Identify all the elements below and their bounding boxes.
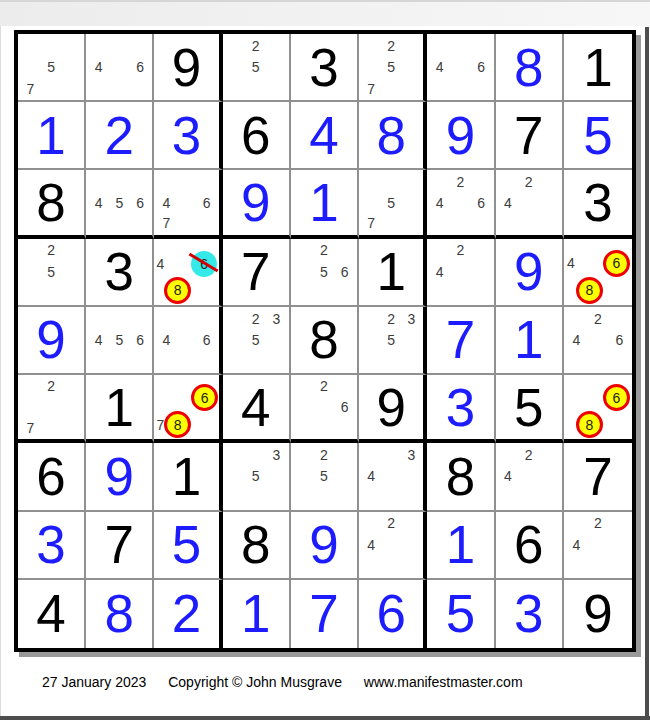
- candidate-digit: 5: [387, 332, 395, 348]
- candidate-digit: 4: [95, 332, 103, 348]
- candidate-pos-8: [109, 213, 130, 234]
- candidate-pos-8: [314, 487, 335, 508]
- candidate-pos-5: 5: [245, 466, 266, 487]
- cell-r9c1[interactable]: 4: [18, 580, 86, 648]
- candidate-pos-3: 3: [266, 444, 287, 465]
- candidate-pos-4: [293, 261, 314, 282]
- candidate-pos-5: [109, 56, 130, 77]
- candidate-digit: 3: [407, 447, 415, 463]
- sudoku-board: 5746925325746811236489758456467915724624…: [14, 30, 636, 652]
- candidate-pos-3: [130, 35, 151, 56]
- candidate-digit: 2: [320, 378, 328, 394]
- cell-r4c9[interactable]: 468: [564, 239, 632, 307]
- app-window: 5746925325746811236489758456467915724624…: [0, 0, 650, 720]
- candidate-pos-9: [401, 555, 421, 576]
- cell-r5c8[interactable]: 1: [496, 307, 564, 375]
- window-toolbar: [0, 0, 650, 26]
- pencilmarks: 257: [361, 35, 421, 99]
- candidate-pos-1: [88, 308, 109, 329]
- candidate-digit: 4: [367, 537, 375, 553]
- solved-digit: 1: [427, 512, 493, 578]
- candidate-pos-9: [401, 78, 421, 99]
- given-digit: 1: [86, 375, 152, 439]
- candidate-pos-9: [61, 282, 82, 303]
- candidate-pos-7: [429, 78, 450, 99]
- window-frame-right: [645, 27, 649, 716]
- candidate-pos-7: [293, 282, 314, 303]
- cell-r2c9[interactable]: 5: [564, 102, 632, 170]
- cell-r6c6[interactable]: 9: [359, 375, 427, 443]
- candidate-pos-8: [245, 78, 266, 99]
- pencilmarks: 57: [361, 171, 421, 233]
- candidate-pos-5: 5: [381, 329, 401, 350]
- given-digit: 1: [154, 443, 218, 509]
- candidate-pos-4: [361, 192, 381, 213]
- cell-r4c7[interactable]: 24: [427, 239, 495, 307]
- candidate-pos-3: [539, 171, 560, 192]
- cell-r9c5[interactable]: 7: [291, 580, 359, 648]
- candidate-pos-7: [361, 351, 381, 372]
- candidate-pos-8: [381, 555, 401, 576]
- candidate-pos-9: [266, 78, 287, 99]
- candidate-pos-2: 2: [41, 376, 62, 397]
- cell-r8c9[interactable]: 24: [564, 512, 632, 580]
- candidate-pos-8: [41, 418, 62, 439]
- candidate-pos-2: [576, 240, 603, 250]
- cell-r6c2[interactable]: 1: [86, 375, 154, 443]
- cell-r4c2[interactable]: 3: [86, 239, 154, 307]
- pencilmarks: 24: [498, 171, 560, 233]
- candidate-pos-6: [61, 261, 82, 282]
- cell-r8c3[interactable]: 5: [154, 512, 222, 580]
- candidate-pos-9: [609, 555, 630, 576]
- candidate-pos-7: 7: [156, 213, 176, 234]
- cell-r7c5[interactable]: 25: [291, 443, 359, 511]
- given-digit: 7: [496, 102, 562, 168]
- candidate-pos-1: [88, 171, 109, 192]
- given-digit: 9: [359, 375, 423, 439]
- solved-digit: 9: [496, 239, 562, 305]
- cell-r5c9[interactable]: 246: [564, 307, 632, 375]
- cell-r4c1[interactable]: 25: [18, 239, 86, 307]
- given-digit: 9: [564, 580, 632, 648]
- cell-r1c3[interactable]: 9: [154, 34, 222, 102]
- candidate-pos-2: 2: [314, 240, 335, 261]
- cell-r8c5[interactable]: 9: [291, 512, 359, 580]
- cell-r8c1[interactable]: 3: [18, 512, 86, 580]
- cell-r3c5[interactable]: 1: [291, 170, 359, 238]
- pencilmarks: 24: [429, 240, 491, 304]
- candidate-pos-1: [429, 171, 450, 192]
- candidate-pos-6: [539, 192, 560, 213]
- candidate-pos-6: 6: [191, 384, 218, 411]
- solved-digit: 9: [223, 170, 289, 234]
- given-digit: 1: [564, 34, 632, 100]
- highlight-candidate-circle: 8: [164, 411, 191, 438]
- cell-r1c9[interactable]: 1: [564, 34, 632, 102]
- candidate-pos-6: 6: [609, 329, 630, 350]
- cell-r6c3[interactable]: 678: [154, 375, 222, 443]
- candidate-pos-3: 3: [401, 444, 421, 465]
- candidate-pos-1: [498, 171, 519, 192]
- candidate-pos-1: [566, 513, 587, 534]
- candidate-pos-3: [539, 444, 560, 465]
- cell-r8c6[interactable]: 24: [359, 512, 427, 580]
- candidate-pos-1: [498, 444, 519, 465]
- candidate-pos-6: [401, 466, 421, 487]
- cell-r9c2[interactable]: 8: [86, 580, 154, 648]
- candidate-pos-5: 5: [245, 329, 266, 350]
- candidate-pos-7: [225, 487, 246, 508]
- cell-r2c4[interactable]: 6: [223, 102, 291, 170]
- pencilmarks: 35: [225, 444, 287, 508]
- candidate-pos-2: [41, 35, 62, 56]
- cell-r4c6[interactable]: 1: [359, 239, 427, 307]
- cell-r1c4[interactable]: 25: [223, 34, 291, 102]
- candidate-digit: 4: [504, 468, 512, 484]
- candidate-digit: 2: [594, 311, 602, 327]
- candidate-pos-9: [191, 277, 217, 304]
- cell-r8c4[interactable]: 8: [223, 512, 291, 580]
- candidate-digit: 4: [163, 195, 171, 211]
- candidate-pos-3: [471, 240, 492, 261]
- candidate-pos-7: [566, 555, 587, 576]
- candidate-pos-5: [587, 534, 608, 555]
- candidate-pos-4: [225, 56, 246, 77]
- candidate-pos-4: 4: [566, 329, 587, 350]
- cell-r7c9[interactable]: 7: [564, 443, 632, 511]
- cell-r6c7[interactable]: 3: [427, 375, 495, 443]
- cell-r3c7[interactable]: 246: [427, 170, 495, 238]
- candidate-pos-6: 6: [471, 56, 492, 77]
- given-digit: 6: [223, 102, 289, 168]
- candidate-pos-2: 2: [314, 376, 335, 397]
- cell-r2c1[interactable]: 1: [18, 102, 86, 170]
- pencilmarks: 468: [566, 240, 630, 304]
- candidate-pos-7: [498, 213, 519, 234]
- candidate-digit: 5: [320, 264, 328, 280]
- candidate-digit: 7: [367, 215, 375, 231]
- candidate-digit: 4: [436, 264, 444, 280]
- cell-r7c6[interactable]: 34: [359, 443, 427, 511]
- cell-r2c3[interactable]: 3: [154, 102, 222, 170]
- highlight-candidate-circle: 8: [576, 411, 603, 438]
- cell-r5c2[interactable]: 456: [86, 307, 154, 375]
- cell-r1c6[interactable]: 257: [359, 34, 427, 102]
- pencilmarks: 246: [429, 171, 491, 233]
- cell-r9c4[interactable]: 1: [223, 580, 291, 648]
- candidate-pos-3: [334, 444, 355, 465]
- solved-digit: 6: [359, 580, 423, 648]
- candidate-digit: 7: [367, 81, 375, 97]
- candidate-pos-9: [603, 277, 630, 304]
- candidate-pos-9: [603, 411, 630, 438]
- candidate-digit: 4: [504, 195, 512, 211]
- candidate-pos-2: [177, 308, 197, 329]
- pencilmarks: 456: [88, 308, 150, 372]
- candidate-pos-7: [88, 213, 109, 234]
- solved-digit: 5: [427, 580, 493, 648]
- solved-digit: 8: [359, 102, 423, 168]
- cell-r7c4[interactable]: 35: [223, 443, 291, 511]
- cell-r8c2[interactable]: 7: [86, 512, 154, 580]
- pencilmarks: 246: [566, 308, 630, 372]
- candidate-pos-4: 4: [498, 192, 519, 213]
- candidate-digit: 3: [407, 311, 415, 327]
- solved-digit: 1: [223, 580, 289, 648]
- candidate-digit: 2: [320, 447, 328, 463]
- candidate-pos-1: [566, 308, 587, 329]
- cell-r5c4[interactable]: 235: [223, 307, 291, 375]
- candidate-digit: 6: [203, 195, 211, 211]
- cell-r5c3[interactable]: 46: [154, 307, 222, 375]
- candidate-pos-8: [245, 351, 266, 372]
- candidate-pos-7: [88, 78, 109, 99]
- candidate-digit: 2: [252, 38, 260, 54]
- cell-r3c2[interactable]: 456: [86, 170, 154, 238]
- candidate-pos-6: 6: [334, 261, 355, 282]
- candidate-pos-3: 3: [401, 308, 421, 329]
- candidate-pos-1: [225, 35, 246, 56]
- cell-r2c5[interactable]: 4: [291, 102, 359, 170]
- candidate-pos-5: [576, 250, 603, 277]
- cell-r5c7[interactable]: 7: [427, 307, 495, 375]
- candidate-pos-3: [266, 35, 287, 56]
- candidate-digit: 6: [341, 399, 349, 415]
- candidate-digit: 4: [436, 59, 444, 75]
- candidate-digit: 6: [477, 195, 485, 211]
- candidate-pos-1: [293, 240, 314, 261]
- solved-digit: 1: [496, 307, 562, 373]
- pencilmarks: 68: [566, 376, 630, 438]
- candidate-digit: 5: [47, 59, 55, 75]
- candidate-pos-7: 7: [20, 78, 41, 99]
- cell-r7c8[interactable]: 24: [496, 443, 564, 511]
- candidate-pos-4: [293, 397, 314, 418]
- candidate-pos-3: [609, 513, 630, 534]
- given-digit: 8: [427, 443, 493, 509]
- candidate-pos-7: 7: [361, 213, 381, 234]
- candidate-pos-2: 2: [381, 308, 401, 329]
- candidate-digit: 6: [615, 332, 623, 348]
- candidate-pos-8: [41, 282, 62, 303]
- candidate-pos-7: [566, 351, 587, 372]
- candidate-pos-8: [587, 351, 608, 372]
- footer-website: www.manifestmaster.com: [364, 674, 523, 690]
- given-digit: 3: [291, 34, 357, 100]
- cell-r6c1[interactable]: 27: [18, 375, 86, 443]
- candidate-pos-4: 4: [429, 56, 450, 77]
- candidate-pos-4: 4: [498, 466, 519, 487]
- window-frame-bottom: [0, 716, 650, 720]
- candidate-pos-4: 4: [566, 250, 576, 277]
- candidate-pos-3: [61, 35, 82, 56]
- cell-r1c8[interactable]: 8: [496, 34, 564, 102]
- given-digit: 6: [18, 443, 84, 509]
- solved-digit: 8: [86, 580, 152, 648]
- candidate-pos-5: 5: [245, 56, 266, 77]
- cell-r5c6[interactable]: 235: [359, 307, 427, 375]
- solved-digit: 1: [18, 102, 84, 168]
- candidate-pos-2: [245, 444, 266, 465]
- candidate-digit: 5: [252, 468, 260, 484]
- cell-r1c1[interactable]: 57: [18, 34, 86, 102]
- candidate-digit: 3: [273, 447, 281, 463]
- candidate-digit: 4: [436, 195, 444, 211]
- cell-r3c8[interactable]: 24: [496, 170, 564, 238]
- candidate-pos-7: 7: [156, 411, 164, 438]
- cell-r4c8[interactable]: 9: [496, 239, 564, 307]
- candidate-pos-3: [603, 240, 630, 250]
- pencilmarks: 468: [156, 240, 216, 304]
- solved-digit: 7: [427, 307, 493, 373]
- candidate-pos-6: [266, 329, 287, 350]
- cell-r6c8[interactable]: 5: [496, 375, 564, 443]
- candidate-pos-9: [471, 78, 492, 99]
- cell-r3c1[interactable]: 8: [18, 170, 86, 238]
- window-frame-left: [0, 26, 1, 716]
- cell-r4c4[interactable]: 7: [223, 239, 291, 307]
- candidate-pos-5: [576, 384, 603, 411]
- candidate-pos-7: [225, 351, 246, 372]
- candidate-pos-8: [177, 213, 197, 234]
- solved-digit: 3: [154, 102, 218, 168]
- cell-r4c5[interactable]: 256: [291, 239, 359, 307]
- cell-r9c6[interactable]: 6: [359, 580, 427, 648]
- candidate-digit: 7: [156, 417, 164, 433]
- candidate-pos-2: [109, 308, 130, 329]
- candidate-pos-5: 5: [381, 56, 401, 77]
- candidate-digit: 2: [525, 447, 533, 463]
- candidate-digit: 2: [320, 242, 328, 258]
- candidate-pos-6: 6: [471, 192, 492, 213]
- cell-r2c2[interactable]: 2: [86, 102, 154, 170]
- cell-r7c3[interactable]: 1: [154, 443, 222, 511]
- cell-r3c6[interactable]: 57: [359, 170, 427, 238]
- cell-r7c7[interactable]: 8: [427, 443, 495, 511]
- candidate-pos-3: [191, 240, 217, 251]
- candidate-pos-6: 6: [130, 329, 151, 350]
- solved-digit: 5: [564, 102, 632, 168]
- pencilmarks: 235: [225, 308, 287, 372]
- candidate-pos-1: [156, 171, 176, 192]
- candidate-pos-1: [293, 376, 314, 397]
- footer-date: 27 January 2023: [42, 674, 146, 690]
- cell-r6c5[interactable]: 26: [291, 375, 359, 443]
- cell-r1c2[interactable]: 46: [86, 34, 154, 102]
- candidate-pos-9: [539, 213, 560, 234]
- candidate-digit: 2: [47, 378, 55, 394]
- candidate-pos-6: [266, 466, 287, 487]
- candidate-pos-5: [177, 192, 197, 213]
- solved-digit: 3: [496, 580, 562, 648]
- candidate-pos-6: [61, 397, 82, 418]
- candidate-digit: 4: [156, 256, 164, 272]
- candidate-pos-5: [381, 534, 401, 555]
- candidate-pos-6: [401, 534, 421, 555]
- candidate-pos-3: [471, 171, 492, 192]
- cell-r8c7[interactable]: 1: [427, 512, 495, 580]
- candidate-pos-6: 6: [197, 329, 217, 350]
- candidate-pos-5: [177, 329, 197, 350]
- given-digit: 4: [223, 375, 289, 439]
- solved-digit: 9: [291, 512, 357, 578]
- cell-r5c5[interactable]: 8: [291, 307, 359, 375]
- candidate-digit: 5: [387, 195, 395, 211]
- cell-r3c3[interactable]: 467: [154, 170, 222, 238]
- candidate-digit: 6: [477, 59, 485, 75]
- cell-r4c3[interactable]: 468: [154, 239, 222, 307]
- cell-r5c1[interactable]: 9: [18, 307, 86, 375]
- candidate-pos-8: [450, 78, 471, 99]
- candidate-digit: 2: [594, 515, 602, 531]
- candidate-pos-9: [61, 418, 82, 439]
- cell-r1c7[interactable]: 46: [427, 34, 495, 102]
- candidate-pos-9: [130, 351, 151, 372]
- candidate-digit: 5: [387, 59, 395, 75]
- candidate-pos-5: [314, 397, 335, 418]
- candidate-pos-9: [266, 487, 287, 508]
- solved-digit: 9: [86, 443, 152, 509]
- cell-r2c7[interactable]: 9: [427, 102, 495, 170]
- candidate-digit: 2: [525, 174, 533, 190]
- solved-digit: 4: [291, 102, 357, 168]
- pencilmarks: 27: [20, 376, 82, 438]
- candidate-digit: 5: [115, 195, 123, 211]
- cell-r7c2[interactable]: 9: [86, 443, 154, 511]
- cell-r8c8[interactable]: 6: [496, 512, 564, 580]
- cell-r9c3[interactable]: 2: [154, 580, 222, 648]
- candidate-pos-5: 5: [41, 261, 62, 282]
- candidate-pos-6: [401, 56, 421, 77]
- candidate-pos-7: [566, 411, 576, 438]
- cell-r2c8[interactable]: 7: [496, 102, 564, 170]
- candidate-digit: 2: [457, 242, 465, 258]
- given-digit: 8: [291, 307, 357, 373]
- candidate-pos-2: [450, 35, 471, 56]
- candidate-pos-7: [293, 487, 314, 508]
- candidate-pos-4: 4: [88, 329, 109, 350]
- cell-r3c9[interactable]: 3: [564, 170, 632, 238]
- pencilmarks: 235: [361, 308, 421, 372]
- cell-r3c4[interactable]: 9: [223, 170, 291, 238]
- pencilmarks: 24: [498, 444, 560, 508]
- candidate-pos-7: 7: [20, 418, 41, 439]
- candidate-pos-8: 8: [576, 411, 603, 438]
- cell-r6c4[interactable]: 4: [223, 375, 291, 443]
- candidate-digit: 5: [47, 264, 55, 280]
- candidate-pos-3: [61, 240, 82, 261]
- candidate-pos-9: [334, 282, 355, 303]
- candidate-pos-2: 2: [314, 444, 335, 465]
- candidate-digit: 2: [252, 311, 260, 327]
- cell-r7c1[interactable]: 6: [18, 443, 86, 511]
- candidate-pos-1: [361, 35, 381, 56]
- candidate-pos-1: [225, 444, 246, 465]
- candidate-pos-6: [334, 466, 355, 487]
- cell-r6c9[interactable]: 68: [564, 375, 632, 443]
- cell-r9c9[interactable]: 9: [564, 580, 632, 648]
- cell-r2c6[interactable]: 8: [359, 102, 427, 170]
- cell-r9c8[interactable]: 3: [496, 580, 564, 648]
- candidate-pos-1: [20, 35, 41, 56]
- candidate-digit: 3: [273, 311, 281, 327]
- cell-r1c5[interactable]: 3: [291, 34, 359, 102]
- cell-r9c7[interactable]: 5: [427, 580, 495, 648]
- candidate-pos-5: 5: [381, 192, 401, 213]
- candidate-pos-3: [603, 376, 630, 384]
- candidate-pos-2: [109, 171, 130, 192]
